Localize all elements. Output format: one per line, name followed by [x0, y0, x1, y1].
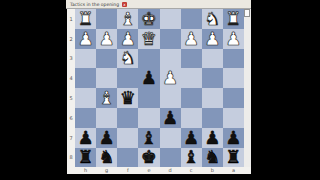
square-h4[interactable] — [75, 68, 96, 88]
file-labels: hgfedcba — [67, 167, 251, 174]
square-a4[interactable] — [223, 68, 244, 88]
file-label-a: a — [223, 167, 244, 174]
piece-black-bishop: ♝ — [183, 148, 199, 166]
piece-black-pawn: ♟ — [183, 128, 199, 146]
square-h8[interactable]: ♜ — [75, 148, 96, 168]
square-d5[interactable] — [160, 88, 181, 108]
square-c3[interactable] — [181, 49, 202, 69]
piece-black-rook: ♜ — [77, 148, 93, 166]
square-f7[interactable] — [117, 128, 138, 148]
file-label-e: e — [138, 167, 159, 174]
square-e5[interactable] — [138, 88, 159, 108]
file-label-f: f — [117, 167, 138, 174]
title-text: Tactics in the opening — [70, 0, 119, 9]
square-f5[interactable]: ♛ — [117, 88, 138, 108]
square-e1[interactable]: ♚ — [138, 9, 159, 29]
square-c2[interactable]: ♟ — [181, 29, 202, 49]
square-c8[interactable]: ♝ — [181, 148, 202, 168]
square-d6[interactable]: ♟ — [160, 108, 181, 128]
piece-white-pawn: ♟ — [77, 29, 93, 47]
square-f4[interactable] — [117, 68, 138, 88]
piece-black-pawn: ♟ — [77, 128, 93, 146]
square-h6[interactable] — [75, 108, 96, 128]
piece-white-rook: ♜ — [77, 9, 93, 27]
video-frame: Tactics in the opening x 12345678 ♜♝♚♞♜♟… — [0, 0, 320, 180]
square-b5[interactable] — [202, 88, 223, 108]
board: ♜♝♚♞♜♟♟♟♛♟♟♟♞♟♟♝♛♟♟♟♝♟♟♟♜♞♚♝♞♜ — [75, 9, 244, 167]
square-b2[interactable]: ♟ — [202, 29, 223, 49]
square-a1[interactable]: ♜ — [223, 9, 244, 29]
square-f8[interactable] — [117, 148, 138, 168]
square-e7[interactable]: ♝ — [138, 128, 159, 148]
file-label-c: c — [181, 167, 202, 174]
rank-label-8: 8 — [67, 148, 75, 168]
square-g3[interactable] — [96, 49, 117, 69]
rank-label-2: 2 — [67, 29, 75, 49]
square-h7[interactable]: ♟ — [75, 128, 96, 148]
square-h5[interactable] — [75, 88, 96, 108]
square-g8[interactable]: ♞ — [96, 148, 117, 168]
square-a3[interactable] — [223, 49, 244, 69]
piece-white-bishop: ♝ — [99, 89, 115, 107]
piece-black-queen: ♛ — [120, 89, 136, 107]
square-f1[interactable]: ♝ — [117, 9, 138, 29]
square-c5[interactable] — [181, 88, 202, 108]
square-e4[interactable]: ♟ — [138, 68, 159, 88]
square-c6[interactable] — [181, 108, 202, 128]
rank-label-4: 4 — [67, 68, 75, 88]
piece-black-bishop: ♝ — [141, 128, 157, 146]
square-e6[interactable] — [138, 108, 159, 128]
square-c7[interactable]: ♟ — [181, 128, 202, 148]
square-a8[interactable]: ♜ — [223, 148, 244, 168]
piece-black-knight: ♞ — [204, 148, 220, 166]
square-a7[interactable]: ♟ — [223, 128, 244, 148]
piece-black-rook: ♜ — [225, 148, 241, 166]
piece-black-pawn: ♟ — [162, 108, 178, 126]
square-a2[interactable]: ♟ — [223, 29, 244, 49]
close-icon[interactable]: x — [122, 2, 127, 7]
square-g6[interactable] — [96, 108, 117, 128]
square-h2[interactable]: ♟ — [75, 29, 96, 49]
square-d7[interactable] — [160, 128, 181, 148]
piece-white-knight: ♞ — [120, 49, 136, 67]
rank-labels: 12345678 — [67, 9, 75, 167]
piece-black-king: ♚ — [141, 148, 157, 166]
scrollbar-button[interactable] — [244, 9, 250, 17]
square-d2[interactable] — [160, 29, 181, 49]
rank-label-6: 6 — [67, 108, 75, 128]
square-g7[interactable]: ♟ — [96, 128, 117, 148]
piece-white-rook: ♜ — [225, 9, 241, 27]
square-a6[interactable] — [223, 108, 244, 128]
file-label-h: h — [75, 167, 96, 174]
piece-white-pawn: ♟ — [162, 69, 178, 87]
piece-white-pawn: ♟ — [204, 29, 220, 47]
piece-black-pawn: ♟ — [204, 128, 220, 146]
square-c4[interactable] — [181, 68, 202, 88]
square-b6[interactable] — [202, 108, 223, 128]
file-label-d: d — [160, 167, 181, 174]
piece-white-bishop: ♝ — [120, 9, 136, 27]
file-label-b: b — [202, 167, 223, 174]
square-d3[interactable] — [160, 49, 181, 69]
piece-black-pawn: ♟ — [99, 128, 115, 146]
square-e2[interactable]: ♛ — [138, 29, 159, 49]
square-e3[interactable] — [138, 49, 159, 69]
square-d8[interactable] — [160, 148, 181, 168]
piece-white-pawn: ♟ — [99, 29, 115, 47]
square-h3[interactable] — [75, 49, 96, 69]
square-b4[interactable] — [202, 68, 223, 88]
rank-label-7: 7 — [67, 128, 75, 148]
piece-black-knight: ♞ — [99, 148, 115, 166]
square-e8[interactable]: ♚ — [138, 148, 159, 168]
label-corner — [67, 167, 75, 174]
square-b8[interactable]: ♞ — [202, 148, 223, 168]
piece-white-knight: ♞ — [204, 9, 220, 27]
scrollbar[interactable] — [244, 9, 251, 167]
square-b7[interactable]: ♟ — [202, 128, 223, 148]
piece-black-pawn: ♟ — [141, 69, 157, 87]
rank-label-3: 3 — [67, 49, 75, 69]
square-h1[interactable]: ♜ — [75, 9, 96, 29]
square-a5[interactable] — [223, 88, 244, 108]
square-f2[interactable]: ♟ — [117, 29, 138, 49]
file-label-g: g — [96, 167, 117, 174]
title-bar: Tactics in the opening x — [66, 0, 251, 9]
rank-label-5: 5 — [67, 88, 75, 108]
square-g4[interactable] — [96, 68, 117, 88]
square-f6[interactable] — [117, 108, 138, 128]
piece-black-pawn: ♟ — [225, 128, 241, 146]
piece-white-pawn: ♟ — [225, 29, 241, 47]
rank-label-1: 1 — [67, 9, 75, 29]
piece-white-king: ♚ — [141, 9, 157, 27]
square-c1[interactable] — [181, 9, 202, 29]
square-g5[interactable]: ♝ — [96, 88, 117, 108]
square-d4[interactable]: ♟ — [160, 68, 181, 88]
square-b1[interactable]: ♞ — [202, 9, 223, 29]
square-d1[interactable] — [160, 9, 181, 29]
square-b3[interactable] — [202, 49, 223, 69]
piece-white-pawn: ♟ — [120, 29, 136, 47]
square-g2[interactable]: ♟ — [96, 29, 117, 49]
piece-white-queen: ♛ — [141, 29, 157, 47]
square-f3[interactable]: ♞ — [117, 49, 138, 69]
square-g1[interactable] — [96, 9, 117, 29]
piece-white-pawn: ♟ — [183, 29, 199, 47]
